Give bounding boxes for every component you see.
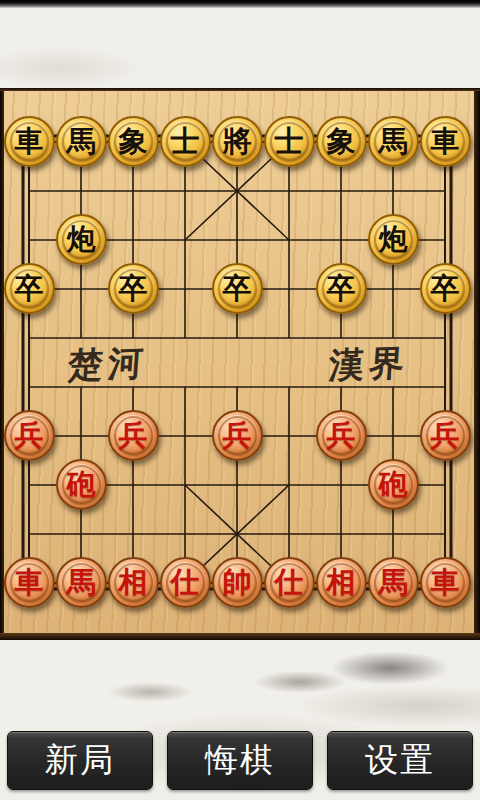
board-point[interactable] [419, 362, 471, 411]
board-point[interactable] [55, 264, 107, 313]
board-point[interactable] [107, 362, 159, 411]
board-point[interactable] [263, 362, 315, 411]
board-point[interactable]: 兵 [419, 411, 471, 460]
piece-red-horse[interactable]: 馬 [368, 557, 419, 608]
piece-glyph: 仕 [275, 568, 304, 597]
board-point[interactable]: 仕 [263, 558, 315, 607]
piece-glyph: 卒 [327, 274, 356, 303]
board-point[interactable]: 馬 [367, 558, 419, 607]
piece-glyph: 卒 [119, 274, 148, 303]
board-point[interactable]: 將 [211, 117, 263, 166]
board-point[interactable] [107, 509, 159, 558]
piece-glyph: 馬 [67, 127, 96, 156]
piece-glyph: 兵 [15, 421, 44, 450]
board-point[interactable]: 車 [419, 558, 471, 607]
board-point[interactable] [263, 215, 315, 264]
piece-red-chariot[interactable]: 車 [4, 557, 55, 608]
board-point[interactable] [159, 313, 211, 362]
board-edge-right [474, 88, 480, 640]
piece-glyph: 卒 [431, 274, 460, 303]
piece-red-elephant[interactable]: 相 [316, 557, 367, 608]
board-point[interactable] [3, 166, 55, 215]
board-point[interactable]: 象 [315, 117, 367, 166]
piece-glyph: 仕 [171, 568, 200, 597]
board-point[interactable]: 相 [315, 558, 367, 607]
piece-red-soldier[interactable]: 兵 [212, 410, 263, 461]
board-point[interactable] [107, 460, 159, 509]
piece-black-horse[interactable]: 馬 [56, 116, 107, 167]
board-point[interactable]: 士 [263, 117, 315, 166]
piece-black-cannon[interactable]: 炮 [368, 214, 419, 265]
app-screen: 楚河 漢界 車馬象士將士象馬車炮炮卒卒卒卒卒兵兵兵兵兵砲砲車馬相仕帥仕相馬車 新… [0, 0, 480, 800]
board-point[interactable]: 卒 [315, 264, 367, 313]
board-point[interactable] [419, 509, 471, 558]
board-point[interactable] [159, 166, 211, 215]
board-point[interactable] [159, 460, 211, 509]
board-point[interactable] [211, 313, 263, 362]
board-point[interactable]: 兵 [107, 411, 159, 460]
piece-red-cannon[interactable]: 砲 [368, 459, 419, 510]
board-point[interactable] [367, 313, 419, 362]
board-point[interactable]: 士 [159, 117, 211, 166]
board-edge-top [0, 88, 480, 91]
board-point[interactable] [315, 166, 367, 215]
board-edge-bottom [0, 633, 480, 640]
board-point[interactable] [263, 411, 315, 460]
board-point[interactable] [367, 362, 419, 411]
board-point[interactable] [315, 460, 367, 509]
piece-glyph: 士 [275, 127, 304, 156]
piece-red-advisor[interactable]: 仕 [160, 557, 211, 608]
board-point[interactable] [55, 362, 107, 411]
board-point[interactable]: 兵 [315, 411, 367, 460]
board-point[interactable]: 炮 [55, 215, 107, 264]
board-point[interactable]: 馬 [55, 117, 107, 166]
piece-glyph: 卒 [223, 274, 252, 303]
board-point[interactable] [55, 509, 107, 558]
piece-glyph: 兵 [119, 421, 148, 450]
board-point[interactable]: 炮 [367, 215, 419, 264]
piece-red-soldier[interactable]: 兵 [316, 410, 367, 461]
piece-glyph: 相 [119, 568, 148, 597]
board-point[interactable] [211, 460, 263, 509]
piece-black-chariot[interactable]: 車 [420, 116, 471, 167]
board-point[interactable] [3, 313, 55, 362]
status-bar [0, 0, 480, 8]
board-point[interactable] [367, 264, 419, 313]
piece-glyph: 車 [431, 568, 460, 597]
board-point[interactable] [419, 460, 471, 509]
background-paper-top [0, 8, 480, 88]
piece-glyph: 象 [119, 127, 148, 156]
board-point[interactable]: 卒 [107, 264, 159, 313]
piece-glyph: 象 [327, 127, 356, 156]
board-point[interactable] [211, 215, 263, 264]
board-point[interactable]: 砲 [55, 460, 107, 509]
board-point[interactable] [211, 362, 263, 411]
piece-red-soldier[interactable]: 兵 [4, 410, 55, 461]
new-game-button[interactable]: 新局 [7, 731, 153, 790]
board-point[interactable]: 馬 [367, 117, 419, 166]
board-point[interactable] [315, 313, 367, 362]
board-point[interactable] [367, 411, 419, 460]
board-point[interactable] [159, 264, 211, 313]
piece-glyph: 兵 [327, 421, 356, 450]
piece-black-chariot[interactable]: 車 [4, 116, 55, 167]
board-point[interactable] [3, 509, 55, 558]
board-point[interactable]: 帥 [211, 558, 263, 607]
piece-glyph: 車 [431, 127, 460, 156]
board-point[interactable] [263, 166, 315, 215]
board-point[interactable] [159, 411, 211, 460]
piece-glyph: 士 [171, 127, 200, 156]
piece-glyph: 相 [327, 568, 356, 597]
piece-glyph: 炮 [67, 225, 96, 254]
board-point[interactable] [55, 313, 107, 362]
piece-red-horse[interactable]: 馬 [56, 557, 107, 608]
board-point[interactable] [3, 215, 55, 264]
board-point[interactable]: 車 [419, 117, 471, 166]
board-edge-left [0, 88, 4, 640]
piece-glyph: 馬 [379, 568, 408, 597]
board-point[interactable]: 兵 [3, 411, 55, 460]
board-point[interactable] [263, 313, 315, 362]
board-point[interactable]: 卒 [211, 264, 263, 313]
board-points: 車馬象士將士象馬車炮炮卒卒卒卒卒兵兵兵兵兵砲砲車馬相仕帥仕相馬車 [3, 117, 471, 607]
piece-red-elephant[interactable]: 相 [108, 557, 159, 608]
piece-black-elephant[interactable]: 象 [108, 116, 159, 167]
piece-glyph: 車 [15, 127, 44, 156]
piece-black-cannon[interactable]: 炮 [56, 214, 107, 265]
piece-black-soldier[interactable]: 卒 [316, 263, 367, 314]
undo-move-button[interactable]: 悔棋 [167, 731, 313, 790]
board-point[interactable] [263, 460, 315, 509]
piece-black-advisor[interactable]: 士 [264, 116, 315, 167]
board-point[interactable] [3, 460, 55, 509]
piece-glyph: 兵 [223, 421, 252, 450]
board-point[interactable] [263, 509, 315, 558]
xiangqi-board: 楚河 漢界 車馬象士將士象馬車炮炮卒卒卒卒卒兵兵兵兵兵砲砲車馬相仕帥仕相馬車 [0, 88, 480, 640]
piece-glyph: 砲 [379, 470, 408, 499]
piece-black-soldier[interactable]: 卒 [4, 263, 55, 314]
board-point[interactable]: 兵 [211, 411, 263, 460]
board-point[interactable] [419, 215, 471, 264]
board-point[interactable] [315, 362, 367, 411]
board-point[interactable]: 車 [3, 117, 55, 166]
board-point[interactable] [159, 509, 211, 558]
piece-black-general[interactable]: 將 [212, 116, 263, 167]
piece-glyph: 將 [223, 127, 252, 156]
piece-black-soldier[interactable]: 卒 [108, 263, 159, 314]
piece-glyph: 砲 [67, 470, 96, 499]
piece-glyph: 帥 [223, 568, 252, 597]
piece-black-elephant[interactable]: 象 [316, 116, 367, 167]
piece-red-cannon[interactable]: 砲 [56, 459, 107, 510]
board-point[interactable] [419, 166, 471, 215]
board-point[interactable] [107, 313, 159, 362]
piece-glyph: 炮 [379, 225, 408, 254]
board-point[interactable] [367, 509, 419, 558]
board-point[interactable] [315, 215, 367, 264]
piece-black-advisor[interactable]: 士 [160, 116, 211, 167]
board-point[interactable] [107, 215, 159, 264]
board-point[interactable] [159, 362, 211, 411]
board-point[interactable] [367, 166, 419, 215]
piece-black-soldier[interactable]: 卒 [420, 263, 471, 314]
piece-glyph: 馬 [67, 568, 96, 597]
board-point[interactable] [159, 215, 211, 264]
settings-button[interactable]: 设置 [327, 731, 473, 790]
board-point[interactable] [263, 264, 315, 313]
board-point[interactable] [211, 166, 263, 215]
piece-black-soldier[interactable]: 卒 [212, 263, 263, 314]
piece-red-soldier[interactable]: 兵 [420, 410, 471, 461]
piece-glyph: 車 [15, 568, 44, 597]
board-point[interactable]: 相 [107, 558, 159, 607]
toolbar: 新局 悔棋 设置 [7, 731, 473, 790]
board-point[interactable] [419, 313, 471, 362]
board-point[interactable]: 仕 [159, 558, 211, 607]
piece-red-general[interactable]: 帥 [212, 557, 263, 608]
piece-red-advisor[interactable]: 仕 [264, 557, 315, 608]
board-point[interactable] [55, 411, 107, 460]
board-point[interactable]: 卒 [3, 264, 55, 313]
board-point[interactable] [211, 509, 263, 558]
board-point[interactable] [55, 166, 107, 215]
piece-red-soldier[interactable]: 兵 [108, 410, 159, 461]
piece-glyph: 兵 [431, 421, 460, 450]
board-point[interactable] [107, 166, 159, 215]
board-point[interactable]: 馬 [55, 558, 107, 607]
board-point[interactable] [315, 509, 367, 558]
board-point[interactable]: 象 [107, 117, 159, 166]
piece-red-chariot[interactable]: 車 [420, 557, 471, 608]
board-point[interactable]: 卒 [419, 264, 471, 313]
piece-glyph: 馬 [379, 127, 408, 156]
board-point[interactable] [3, 362, 55, 411]
board-point[interactable]: 車 [3, 558, 55, 607]
piece-glyph: 卒 [15, 274, 44, 303]
piece-black-horse[interactable]: 馬 [368, 116, 419, 167]
board-point[interactable]: 砲 [367, 460, 419, 509]
